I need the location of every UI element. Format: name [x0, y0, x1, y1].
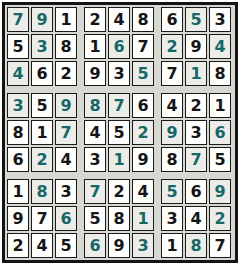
cell-r8c2[interactable]: 7	[31, 206, 53, 231]
cell-r8c1[interactable]: 9	[7, 206, 29, 231]
cell-r5c8[interactable]: 3	[185, 120, 207, 145]
cell-r8c7[interactable]: 3	[161, 206, 183, 231]
cell-r8c5[interactable]: 8	[108, 206, 130, 231]
cell-r7c3[interactable]: 3	[55, 179, 77, 204]
cell-r2c8[interactable]: 9	[185, 34, 207, 59]
cell-r3c7[interactable]: 7	[161, 61, 183, 86]
cell-r1c5[interactable]: 4	[108, 7, 130, 32]
cell-r2c7[interactable]: 2	[161, 34, 183, 59]
cell-r4c1[interactable]: 3	[7, 93, 29, 118]
cell-r9c8[interactable]: 8	[185, 233, 207, 258]
cell-r3c1[interactable]: 4	[7, 61, 29, 86]
cell-r1c8[interactable]: 5	[185, 7, 207, 32]
cell-r6c1[interactable]: 6	[7, 147, 29, 172]
cell-r4c2[interactable]: 5	[31, 93, 53, 118]
cell-r7c6[interactable]: 4	[132, 179, 154, 204]
cell-r9c1[interactable]: 2	[7, 233, 29, 258]
cell-r8c4[interactable]: 5	[84, 206, 106, 231]
cell-r2c3[interactable]: 8	[55, 34, 77, 59]
cell-r4c7[interactable]: 4	[161, 93, 183, 118]
cell-r4c3[interactable]: 9	[55, 93, 77, 118]
cell-r8c9[interactable]: 2	[209, 206, 231, 231]
cell-r6c6[interactable]: 9	[132, 147, 154, 172]
cell-r3c3[interactable]: 2	[55, 61, 77, 86]
cell-r4c5[interactable]: 7	[108, 93, 130, 118]
cell-r8c6[interactable]: 1	[132, 206, 154, 231]
cell-r9c2[interactable]: 4	[31, 233, 53, 258]
cell-r5c9[interactable]: 6	[209, 120, 231, 145]
sudoku-grid: 7912486535381672944629357183598764218174…	[7, 7, 233, 258]
cell-r2c4[interactable]: 1	[84, 34, 106, 59]
cell-r1c4[interactable]: 2	[84, 7, 106, 32]
cell-r5c4[interactable]: 4	[84, 120, 106, 145]
cell-r2c1[interactable]: 5	[7, 34, 29, 59]
cell-r5c7[interactable]: 9	[161, 120, 183, 145]
cell-r6c8[interactable]: 7	[185, 147, 207, 172]
cell-r5c5[interactable]: 5	[108, 120, 130, 145]
cell-r6c5[interactable]: 1	[108, 147, 130, 172]
cell-r9c4[interactable]: 6	[84, 233, 106, 258]
cell-r4c8[interactable]: 2	[185, 93, 207, 118]
cell-r9c3[interactable]: 5	[55, 233, 77, 258]
cell-r1c9[interactable]: 3	[209, 7, 231, 32]
cell-r1c6[interactable]: 8	[132, 7, 154, 32]
cell-r1c2[interactable]: 9	[31, 7, 53, 32]
sudoku-page: 7912486535381672944629357183598764218174…	[0, 0, 240, 265]
cell-r9c9[interactable]: 7	[209, 233, 231, 258]
cell-r7c2[interactable]: 8	[31, 179, 53, 204]
cell-r7c8[interactable]: 6	[185, 179, 207, 204]
cell-r2c2[interactable]: 3	[31, 34, 53, 59]
cell-r5c2[interactable]: 1	[31, 120, 53, 145]
cell-r3c8[interactable]: 1	[185, 61, 207, 86]
cell-r7c4[interactable]: 7	[84, 179, 106, 204]
cell-r9c7[interactable]: 1	[161, 233, 183, 258]
cell-r6c3[interactable]: 4	[55, 147, 77, 172]
cell-r2c9[interactable]: 4	[209, 34, 231, 59]
cell-r3c4[interactable]: 9	[84, 61, 106, 86]
cell-r3c6[interactable]: 5	[132, 61, 154, 86]
cell-r9c5[interactable]: 9	[108, 233, 130, 258]
cell-r7c7[interactable]: 5	[161, 179, 183, 204]
cell-r8c8[interactable]: 4	[185, 206, 207, 231]
cell-r7c1[interactable]: 1	[7, 179, 29, 204]
cell-r5c3[interactable]: 7	[55, 120, 77, 145]
cell-r6c7[interactable]: 8	[161, 147, 183, 172]
cell-r3c2[interactable]: 6	[31, 61, 53, 86]
cell-r7c9[interactable]: 9	[209, 179, 231, 204]
cell-r1c1[interactable]: 7	[7, 7, 29, 32]
cell-r5c6[interactable]: 2	[132, 120, 154, 145]
cell-r5c1[interactable]: 8	[7, 120, 29, 145]
cell-r2c6[interactable]: 7	[132, 34, 154, 59]
cell-r3c5[interactable]: 3	[108, 61, 130, 86]
cell-r9c6[interactable]: 3	[132, 233, 154, 258]
cell-r4c4[interactable]: 8	[84, 93, 106, 118]
cell-r2c5[interactable]: 6	[108, 34, 130, 59]
cell-r6c9[interactable]: 5	[209, 147, 231, 172]
cell-r4c6[interactable]: 6	[132, 93, 154, 118]
cell-r1c3[interactable]: 1	[55, 7, 77, 32]
cell-r7c5[interactable]: 2	[108, 179, 130, 204]
cell-r4c9[interactable]: 1	[209, 93, 231, 118]
cell-r8c3[interactable]: 6	[55, 206, 77, 231]
cell-r6c4[interactable]: 3	[84, 147, 106, 172]
cell-r6c2[interactable]: 2	[31, 147, 53, 172]
sudoku-board: 7912486535381672944629357183598764218174…	[2, 2, 238, 263]
cell-r3c9[interactable]: 8	[209, 61, 231, 86]
cell-r1c7[interactable]: 6	[161, 7, 183, 32]
